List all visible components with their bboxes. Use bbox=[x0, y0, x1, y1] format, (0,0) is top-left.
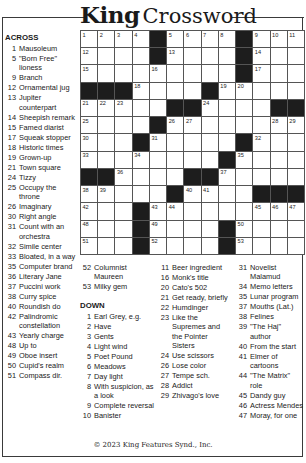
clue-text: Jupiter counterpart bbox=[19, 93, 78, 112]
cell-r10c3[interactable] bbox=[115, 186, 131, 202]
clue-number: 37 bbox=[5, 282, 19, 291]
cell-r5c3[interactable]: 23 bbox=[115, 100, 131, 116]
across-clue-list: 1Mausoleum5"Born Free" lioness9Branch12O… bbox=[5, 44, 78, 380]
clue-item-across-9: 9Branch bbox=[5, 73, 78, 82]
clue-text: Mausoleum bbox=[19, 44, 78, 53]
cell-r2c9[interactable] bbox=[219, 48, 235, 64]
cell-r11c11[interactable]: 45 bbox=[253, 203, 269, 219]
cell-r9c12[interactable] bbox=[271, 169, 287, 185]
cell-r3c13[interactable] bbox=[288, 65, 304, 81]
clue-item-down-3: 3Gents bbox=[80, 332, 155, 341]
black-cell-r2c5 bbox=[150, 48, 166, 64]
cell-r7c5[interactable]: 31 bbox=[150, 134, 166, 150]
cell-r6c12[interactable]: 28 bbox=[271, 117, 287, 133]
cell-r9c3[interactable]: 36 bbox=[115, 169, 131, 185]
clue-item-down-6: 6Meadows bbox=[80, 362, 155, 371]
clue-item-across-32: 32Simile center bbox=[5, 242, 78, 251]
cell-r1c4[interactable]: 4 bbox=[133, 31, 149, 47]
clue-item-down-8: 8With suspicion, as a look bbox=[80, 382, 155, 401]
clue-text: Earl Grey, e.g. bbox=[94, 312, 155, 321]
clue-text: Meadows bbox=[94, 362, 155, 371]
cell-r12c2[interactable] bbox=[98, 221, 114, 237]
clue-number: 45 bbox=[236, 391, 250, 400]
black-cell-r4c3 bbox=[115, 83, 131, 99]
cell-r13c11[interactable] bbox=[253, 238, 269, 254]
cell-r3c1[interactable]: 15 bbox=[81, 65, 97, 81]
cell-r13c6[interactable] bbox=[167, 238, 183, 254]
clue-number: 24 bbox=[158, 351, 172, 360]
cell-r13c7[interactable] bbox=[184, 238, 200, 254]
clue-text: Moray, for one bbox=[250, 411, 304, 420]
cell-r6c9[interactable] bbox=[219, 117, 235, 133]
cell-r7c7[interactable] bbox=[184, 134, 200, 150]
cell-r2c12[interactable] bbox=[271, 48, 287, 64]
black-cell-r4c1 bbox=[81, 83, 97, 99]
clue-item-across-17: 17Squeak stopper bbox=[5, 133, 78, 142]
black-cell-r7c4 bbox=[133, 134, 149, 150]
black-cell-r5c7 bbox=[184, 100, 200, 116]
black-cell-r5c6 bbox=[167, 100, 183, 116]
cell-r5c10[interactable] bbox=[236, 100, 252, 116]
cell-r8c3[interactable] bbox=[115, 152, 131, 168]
clue-number: 35 bbox=[5, 262, 19, 271]
clue-item-across-37: 37Puccini work bbox=[5, 282, 78, 291]
clue-item-down-40: 40From the start bbox=[236, 342, 304, 351]
clue-number: 15 bbox=[5, 123, 19, 132]
clue-text: Simile center bbox=[19, 242, 78, 251]
cell-r5c4[interactable] bbox=[133, 100, 149, 116]
clue-number: 11 bbox=[158, 263, 172, 272]
cell-number: 38 bbox=[83, 187, 89, 193]
clue-number: 51 bbox=[5, 371, 19, 380]
cell-number: 49 bbox=[151, 221, 157, 227]
black-cell-r9c7 bbox=[184, 169, 200, 185]
clue-text: Complete reversal bbox=[94, 401, 155, 410]
clue-number: 12 bbox=[5, 83, 19, 92]
cell-r10c7[interactable]: 40 bbox=[184, 186, 200, 202]
cell-r2c1[interactable]: 12 bbox=[81, 48, 97, 64]
cell-r2c7[interactable] bbox=[184, 48, 200, 64]
cell-r8c1[interactable]: 33 bbox=[81, 152, 97, 168]
cell-r10c4[interactable] bbox=[133, 186, 149, 202]
cell-r13c1[interactable]: 51 bbox=[81, 238, 97, 254]
clue-text: Palindromic constellation bbox=[19, 312, 78, 331]
clue-item-across-40: 40Roundish do bbox=[5, 302, 78, 311]
clue-number: 3 bbox=[80, 332, 94, 341]
cell-r9c13[interactable] bbox=[288, 169, 304, 185]
clue-text: Lose color bbox=[172, 361, 232, 370]
clue-number: 8 bbox=[80, 382, 94, 401]
clues-column-3: 11Beer ingredient16Monk's title20Cato's … bbox=[158, 263, 232, 401]
black-cell-r3c10 bbox=[236, 65, 252, 81]
clue-item-down-1: 1Earl Grey, e.g. bbox=[80, 312, 155, 321]
clue-number: 9 bbox=[5, 73, 19, 82]
clue-number: 6 bbox=[80, 362, 94, 371]
cell-r7c9[interactable] bbox=[219, 134, 235, 150]
cell-r1c11[interactable]: 9 bbox=[253, 31, 269, 47]
cell-r2c3[interactable] bbox=[115, 48, 131, 64]
cell-r12c7[interactable] bbox=[184, 221, 200, 237]
clue-number: 13 bbox=[5, 93, 19, 112]
cell-r8c6[interactable] bbox=[167, 152, 183, 168]
cell-r9c6[interactable] bbox=[167, 169, 183, 185]
cell-r8c2[interactable] bbox=[98, 152, 114, 168]
cell-r7c6[interactable] bbox=[167, 134, 183, 150]
cell-r12c5[interactable]: 49 bbox=[150, 221, 166, 237]
clue-item-across-13: 13Jupiter counterpart bbox=[5, 93, 78, 112]
clue-item-down-21: 21Get ready, briefly bbox=[158, 293, 232, 302]
cell-number: 32 bbox=[255, 135, 261, 141]
clue-text: Addict bbox=[172, 381, 232, 390]
clue-item-down-29: 29Zhivago's love bbox=[158, 391, 232, 400]
clue-text: Light wind bbox=[94, 342, 155, 351]
clue-text: Memo letters bbox=[250, 282, 304, 291]
cell-r11c6[interactable]: 44 bbox=[167, 203, 183, 219]
cell-number: 3 bbox=[117, 32, 120, 38]
clue-number: 31 bbox=[5, 222, 19, 241]
black-cell-r9c1 bbox=[81, 169, 97, 185]
cell-r11c3[interactable] bbox=[115, 203, 131, 219]
cell-r3c6[interactable] bbox=[167, 65, 183, 81]
cell-r11c5[interactable]: 43 bbox=[150, 203, 166, 219]
clue-item-down-38: 38Felines bbox=[236, 312, 304, 321]
cell-r7c12[interactable] bbox=[271, 134, 287, 150]
cell-r4c5[interactable] bbox=[150, 83, 166, 99]
clue-text: Roundish do bbox=[19, 302, 78, 311]
clue-text: Historic times bbox=[19, 143, 78, 152]
cell-r6c13[interactable]: 29 bbox=[288, 117, 304, 133]
cell-number: 15 bbox=[83, 66, 89, 72]
clue-number: 31 bbox=[236, 263, 250, 282]
cell-number: 29 bbox=[289, 118, 295, 124]
cell-r12c13[interactable] bbox=[288, 221, 304, 237]
clue-item-across-31: 31Count with an orchestra bbox=[5, 222, 78, 241]
clue-item-down-27: 27Tempe sch. bbox=[158, 371, 232, 380]
cell-number: 1 bbox=[83, 32, 86, 38]
cell-r13c3[interactable] bbox=[115, 238, 131, 254]
clues-column-4: 31Novelist Malamud34Memo letters35Lunar … bbox=[236, 263, 304, 421]
clue-number: 19 bbox=[5, 153, 19, 162]
clue-number: 24 bbox=[5, 173, 19, 182]
cell-r4c4[interactable]: 18 bbox=[133, 83, 149, 99]
cell-r4c9[interactable]: 19 bbox=[219, 83, 235, 99]
cell-r3c8[interactable] bbox=[202, 65, 218, 81]
cell-r2c13[interactable] bbox=[288, 48, 304, 64]
clue-item-across-36: 36Literary Jane bbox=[5, 272, 78, 281]
masthead: KingCrossword bbox=[80, 1, 236, 29]
clue-number: 35 bbox=[236, 292, 250, 301]
clue-text: Lunar program bbox=[250, 292, 304, 301]
clue-item-down-26: 26Lose color bbox=[158, 361, 232, 370]
cell-r1c8[interactable]: 7 bbox=[202, 31, 218, 47]
cell-r11c9[interactable] bbox=[219, 203, 235, 219]
clue-item-across-49: 49Oboe insert bbox=[5, 351, 78, 360]
clue-text: Occupy the throne bbox=[19, 183, 78, 202]
cell-number: 44 bbox=[169, 204, 175, 210]
cell-r11c8[interactable] bbox=[202, 203, 218, 219]
black-cell-r10c6 bbox=[167, 186, 183, 202]
cell-r9c10[interactable] bbox=[236, 169, 252, 185]
clue-number: 29 bbox=[158, 391, 172, 400]
cell-r10c5[interactable] bbox=[150, 186, 166, 202]
cell-r5c11[interactable] bbox=[253, 100, 269, 116]
clue-number: 36 bbox=[5, 272, 19, 281]
cell-r9c11[interactable] bbox=[253, 169, 269, 185]
clue-number: 44 bbox=[236, 371, 250, 390]
cell-r4c10[interactable]: 20 bbox=[236, 83, 252, 99]
clue-number: 32 bbox=[5, 242, 19, 251]
cell-r1c3[interactable]: 3 bbox=[115, 31, 131, 47]
clue-number: 28 bbox=[158, 381, 172, 390]
black-cell-r11c4 bbox=[133, 203, 149, 219]
clue-number: 27 bbox=[158, 371, 172, 380]
black-cell-r5c12 bbox=[271, 100, 287, 116]
cell-r11c10[interactable] bbox=[236, 203, 252, 219]
clue-number: 21 bbox=[158, 293, 172, 302]
cell-r6c7[interactable]: 27 bbox=[184, 117, 200, 133]
cell-r6c11[interactable] bbox=[253, 117, 269, 133]
clue-number: 26 bbox=[5, 202, 19, 211]
cell-r13c13[interactable] bbox=[288, 238, 304, 254]
clue-number: 9 bbox=[80, 401, 94, 410]
cell-r11c12[interactable]: 46 bbox=[271, 203, 287, 219]
cell-r5c1[interactable]: 21 bbox=[81, 100, 97, 116]
cell-r5c9[interactable] bbox=[219, 100, 235, 116]
clue-text: Compass dir. bbox=[19, 371, 78, 380]
clue-text: Columnist Maureen bbox=[94, 263, 155, 282]
cell-r4c7[interactable] bbox=[184, 83, 200, 99]
clue-text: Have bbox=[94, 322, 155, 331]
cell-r4c12[interactable] bbox=[271, 83, 287, 99]
cell-r12c10[interactable]: 50 bbox=[236, 221, 252, 237]
cell-number: 22 bbox=[100, 100, 106, 106]
cell-r3c5[interactable]: 16 bbox=[150, 65, 166, 81]
cell-r3c12[interactable] bbox=[271, 65, 287, 81]
cell-number: 46 bbox=[272, 204, 278, 210]
clue-item-down-28: 28Addict bbox=[158, 381, 232, 390]
cell-r2c8[interactable] bbox=[202, 48, 218, 64]
cell-r8c13[interactable] bbox=[288, 152, 304, 168]
cell-r11c7[interactable] bbox=[184, 203, 200, 219]
cell-r8c12[interactable] bbox=[271, 152, 287, 168]
cell-r8c8[interactable] bbox=[202, 152, 218, 168]
cell-r12c11[interactable] bbox=[253, 221, 269, 237]
cell-r11c1[interactable]: 42 bbox=[81, 203, 97, 219]
clue-number: 37 bbox=[236, 302, 250, 311]
cell-r3c2[interactable] bbox=[98, 65, 114, 81]
cell-r1c13[interactable]: 11 bbox=[288, 31, 304, 47]
cell-r9c5[interactable] bbox=[150, 169, 166, 185]
clue-item-down-31: 31Novelist Malamud bbox=[236, 263, 304, 282]
cell-number: 17 bbox=[255, 66, 261, 72]
cell-r3c9[interactable] bbox=[219, 65, 235, 81]
clue-item-down-22: 22Humdinger bbox=[158, 303, 232, 312]
clue-item-down-47: 47Moray, for one bbox=[236, 411, 304, 420]
cell-r8c7[interactable] bbox=[184, 152, 200, 168]
cell-r13c5[interactable]: 52 bbox=[150, 238, 166, 254]
cell-r13c8[interactable] bbox=[202, 238, 218, 254]
cell-r2c11[interactable]: 14 bbox=[253, 48, 269, 64]
cell-r11c2[interactable] bbox=[98, 203, 114, 219]
clue-number: 16 bbox=[158, 273, 172, 282]
clue-text: Elmer of cartoons bbox=[250, 352, 304, 371]
clue-item-across-53: 53Milky gem bbox=[80, 282, 155, 291]
cell-number: 47 bbox=[289, 204, 295, 210]
across-clue-list-tail: 52Columnist Maureen53Milky gem bbox=[80, 263, 155, 292]
clue-item-across-52: 52Columnist Maureen bbox=[80, 263, 155, 282]
cell-r7c3[interactable] bbox=[115, 134, 131, 150]
cell-r10c1[interactable]: 38 bbox=[81, 186, 97, 202]
cell-r4c11[interactable] bbox=[253, 83, 269, 99]
cell-r10c8[interactable]: 41 bbox=[202, 186, 218, 202]
copyright-line: © 2023 King Features Synd., Inc. bbox=[0, 441, 306, 449]
cell-number: 8 bbox=[220, 32, 223, 38]
cell-r6c2[interactable] bbox=[98, 117, 114, 133]
cell-r6c6[interactable]: 26 bbox=[167, 117, 183, 133]
black-cell-r7c10 bbox=[236, 134, 252, 150]
clue-item-down-34: 34Memo letters bbox=[236, 282, 304, 291]
cell-r4c13[interactable] bbox=[288, 83, 304, 99]
clue-number: 25 bbox=[5, 183, 19, 202]
cell-r6c4[interactable] bbox=[133, 117, 149, 133]
cell-r6c3[interactable] bbox=[115, 117, 131, 133]
clue-text: Branch bbox=[19, 73, 78, 82]
cell-r3c4[interactable] bbox=[133, 65, 149, 81]
clue-text: Yearly charge bbox=[19, 331, 78, 340]
cell-r13c10[interactable]: 53 bbox=[236, 238, 252, 254]
cell-number: 11 bbox=[289, 32, 295, 38]
clue-text: Oboe insert bbox=[19, 351, 78, 360]
cell-r1c12[interactable]: 10 bbox=[271, 31, 287, 47]
black-cell-r9c8 bbox=[202, 169, 218, 185]
clue-text: Literary Jane bbox=[19, 272, 78, 281]
cell-r1c1[interactable]: 1 bbox=[81, 31, 97, 47]
clue-text: Felines bbox=[250, 312, 304, 321]
clue-text: "The Haj" author bbox=[250, 322, 304, 341]
cell-r5c8[interactable]: 24 bbox=[202, 100, 218, 116]
cell-r11c13[interactable]: 47 bbox=[288, 203, 304, 219]
cell-r5c2[interactable]: 22 bbox=[98, 100, 114, 116]
cell-r12c12[interactable] bbox=[271, 221, 287, 237]
cell-r1c2[interactable]: 2 bbox=[98, 31, 114, 47]
cell-r2c4[interactable] bbox=[133, 48, 149, 64]
cell-number: 45 bbox=[255, 204, 261, 210]
cell-r8c11[interactable] bbox=[253, 152, 269, 168]
black-cell-r2c10 bbox=[236, 48, 252, 64]
cell-r10c9[interactable] bbox=[219, 186, 235, 202]
cell-number: 34 bbox=[134, 152, 140, 158]
black-cell-r9c2 bbox=[98, 169, 114, 185]
clue-item-down-23: 23Like the Supremes and the Pointer Sist… bbox=[158, 313, 232, 351]
clue-text: Day light bbox=[94, 372, 155, 381]
black-cell-r12c9 bbox=[219, 221, 235, 237]
clue-item-across-35: 35Computer brand bbox=[5, 262, 78, 271]
cell-r12c6[interactable] bbox=[167, 221, 183, 237]
clue-text: Tizzy bbox=[19, 173, 78, 182]
cell-r1c7[interactable]: 6 bbox=[184, 31, 200, 47]
clue-item-down-4: 4Light wind bbox=[80, 342, 155, 351]
cell-number: 41 bbox=[203, 187, 209, 193]
clue-text: Banister bbox=[94, 411, 155, 420]
cell-r2c6[interactable]: 13 bbox=[167, 48, 183, 64]
cell-r6c8[interactable] bbox=[202, 117, 218, 133]
cell-number: 6 bbox=[186, 32, 189, 38]
clue-number: 1 bbox=[5, 44, 19, 53]
cell-r8c10[interactable]: 35 bbox=[236, 152, 252, 168]
cell-r9c9[interactable]: 37 bbox=[219, 169, 235, 185]
clue-item-across-19: 19Grown-up bbox=[5, 153, 78, 162]
cell-r8c4[interactable]: 34 bbox=[133, 152, 149, 168]
cell-r1c9[interactable]: 8 bbox=[219, 31, 235, 47]
cell-r10c2[interactable]: 39 bbox=[98, 186, 114, 202]
cell-r12c3[interactable] bbox=[115, 221, 131, 237]
cell-r5c5[interactable] bbox=[150, 100, 166, 116]
down-clue-list-1: 1Earl Grey, e.g.2Have3Gents4Light wind5P… bbox=[80, 312, 155, 421]
cell-number: 36 bbox=[117, 169, 123, 175]
cell-r1c6[interactable]: 5 bbox=[167, 31, 183, 47]
clue-number: 5 bbox=[80, 352, 94, 361]
cell-r3c7[interactable] bbox=[184, 65, 200, 81]
cell-r12c8[interactable] bbox=[202, 221, 218, 237]
down-clue-list-2: 11Beer ingredient16Monk's title20Cato's … bbox=[158, 263, 232, 401]
cell-r7c8[interactable] bbox=[202, 134, 218, 150]
clue-item-across-50: 50Cupid's realm bbox=[5, 361, 78, 370]
clue-text: Squeak stopper bbox=[19, 133, 78, 142]
cell-r7c11[interactable]: 32 bbox=[253, 134, 269, 150]
cell-number: 18 bbox=[134, 83, 140, 89]
across-clues-column: ACROSS 1Mausoleum5"Born Free" lioness9Br… bbox=[5, 33, 78, 381]
clue-number: 40 bbox=[236, 342, 250, 351]
cell-r12c1[interactable]: 48 bbox=[81, 221, 97, 237]
clue-item-across-43: 43Yearly charge bbox=[5, 331, 78, 340]
clue-item-across-5: 5"Born Free" lioness bbox=[5, 54, 78, 73]
black-cell-r10c12 bbox=[271, 186, 287, 202]
cell-r3c3[interactable] bbox=[115, 65, 131, 81]
cell-number: 27 bbox=[186, 118, 192, 124]
cell-r13c2[interactable] bbox=[98, 238, 114, 254]
cell-r3c11[interactable]: 17 bbox=[253, 65, 269, 81]
clue-item-across-38: 38Curry spice bbox=[5, 292, 78, 301]
across-header: ACROSS bbox=[5, 33, 78, 42]
cell-number: 21 bbox=[83, 100, 89, 106]
cell-r7c13[interactable] bbox=[288, 134, 304, 150]
cell-r4c6[interactable] bbox=[167, 83, 183, 99]
cell-r7c2[interactable] bbox=[98, 134, 114, 150]
cell-r6c1[interactable]: 25 bbox=[81, 117, 97, 133]
clue-text: Gents bbox=[94, 332, 155, 341]
clue-item-across-21: 21Town square bbox=[5, 163, 78, 172]
cell-r7c1[interactable]: 30 bbox=[81, 134, 97, 150]
cell-number: 10 bbox=[272, 32, 278, 38]
clue-item-down-45: 45Dandy guy bbox=[236, 391, 304, 400]
cell-number: 9 bbox=[255, 32, 258, 38]
cell-r9c4[interactable] bbox=[133, 169, 149, 185]
clue-item-down-44: 44"The Matrix" role bbox=[236, 371, 304, 390]
clue-text: Get ready, briefly bbox=[172, 293, 232, 302]
clue-number: 46 bbox=[236, 401, 250, 410]
cell-r8c5[interactable] bbox=[150, 152, 166, 168]
clue-text: Computer brand bbox=[19, 262, 78, 271]
clue-number: 48 bbox=[5, 341, 19, 350]
clue-item-across-25: 25Occupy the throne bbox=[5, 183, 78, 202]
cell-r6c10[interactable] bbox=[236, 117, 252, 133]
cell-number: 39 bbox=[100, 187, 106, 193]
cell-r13c12[interactable] bbox=[271, 238, 287, 254]
cell-r10c10[interactable] bbox=[236, 186, 252, 202]
masthead-rule-left bbox=[2, 17, 84, 18]
clue-item-down-24: 24Use scissors bbox=[158, 351, 232, 360]
cell-r2c2[interactable] bbox=[98, 48, 114, 64]
